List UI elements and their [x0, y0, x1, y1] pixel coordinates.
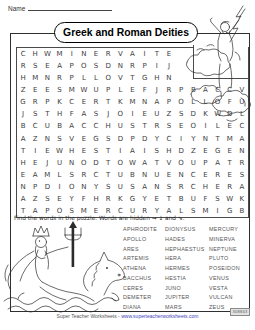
grid-cell: P	[102, 84, 114, 96]
grid-cell: T	[151, 157, 163, 169]
grid-cell: E	[212, 181, 224, 193]
grid-cell: C	[187, 169, 199, 181]
grid-cell: I	[29, 145, 41, 157]
grid-cell: A	[126, 48, 138, 60]
grid-cell: N	[17, 181, 29, 193]
grid-cell: N	[78, 48, 90, 60]
grid-cell: G	[139, 72, 151, 84]
grid-cell: D	[102, 60, 114, 72]
grid-cell: N	[151, 181, 163, 193]
grid-cell: C	[163, 132, 175, 144]
grid-cell: S	[102, 181, 114, 193]
grid-cell: R	[102, 48, 114, 60]
grid-cell: A	[17, 132, 29, 144]
grid-cell: U	[41, 120, 53, 132]
grid-cell: H	[90, 193, 102, 205]
grid-cell: W	[53, 145, 65, 157]
grid-cell: J	[102, 108, 114, 120]
grid-cell: I	[66, 48, 78, 60]
grid-cell: C	[17, 48, 29, 60]
grid-cell: D	[41, 181, 53, 193]
grid-cell: S	[29, 108, 41, 120]
grid-cell: R	[126, 60, 138, 72]
word-item: HESTIA	[165, 275, 205, 285]
grid-cell: A	[139, 157, 151, 169]
grid-cell: G	[126, 193, 138, 205]
grid-cell: G	[90, 132, 102, 144]
word-item: NEPTUNE	[209, 246, 240, 256]
grid-cell: R	[212, 169, 224, 181]
grid-cell: C	[66, 96, 78, 108]
grid-cell: J	[163, 60, 175, 72]
grid-cell: G	[224, 205, 236, 217]
grid-cell: S	[187, 205, 199, 217]
grid-cell: N	[175, 169, 187, 181]
grid-cell: N	[139, 169, 151, 181]
grid-cell: I	[126, 108, 138, 120]
grid-cell: N	[41, 132, 53, 144]
grid-cell: H	[102, 120, 114, 132]
grid-cell: O	[102, 72, 114, 84]
grid-cell: C	[29, 120, 41, 132]
grid-cell: M	[41, 169, 53, 181]
grid-cell: R	[53, 72, 65, 84]
grid-cell: U	[187, 157, 199, 169]
grid-cell: U	[114, 120, 126, 132]
grid-cell: Y	[151, 132, 163, 144]
grid-cell: E	[53, 193, 65, 205]
grid-cell: N	[139, 96, 151, 108]
word-item: VESTA	[209, 285, 240, 295]
grid-cell: T	[102, 157, 114, 169]
grid-cell: K	[53, 96, 65, 108]
grid-cell: W	[224, 193, 236, 205]
grid-cell: J	[17, 108, 29, 120]
grid-cell: P	[139, 60, 151, 72]
grid-cell: L	[53, 169, 65, 181]
grid-cell: M	[126, 96, 138, 108]
grid-cell: B	[53, 120, 65, 132]
grid-cell: A	[212, 157, 224, 169]
grid-cell: K	[236, 193, 248, 205]
grid-cell: F	[139, 84, 151, 96]
grid-cell: A	[66, 120, 78, 132]
grid-cell: E	[41, 145, 53, 157]
grid-cell: A	[236, 181, 248, 193]
grid-cell: T	[139, 120, 151, 132]
grid-cell: N	[41, 72, 53, 84]
grid-cell: S	[29, 60, 41, 72]
zeus-illustration	[183, 2, 255, 138]
grid-cell: C	[187, 181, 199, 193]
word-item: JUPITER	[165, 294, 205, 304]
grid-cell: P	[163, 96, 175, 108]
grid-cell: U	[151, 169, 163, 181]
grid-cell: O	[114, 108, 126, 120]
grid-cell: T	[102, 96, 114, 108]
word-item: HEPHAESTUS	[165, 246, 205, 256]
word-item: PLUTO	[209, 255, 240, 265]
grid-cell: M	[53, 48, 65, 60]
grid-cell: E	[126, 84, 138, 96]
grid-cell: Z	[29, 193, 41, 205]
grid-cell: P	[199, 157, 211, 169]
grid-cell: L	[90, 72, 102, 84]
grid-cell: O	[175, 157, 187, 169]
grid-cell: T	[41, 108, 53, 120]
grid-cell: S	[41, 193, 53, 205]
grid-cell: B	[175, 193, 187, 205]
grid-cell: N	[78, 181, 90, 193]
grid-cell: S	[102, 132, 114, 144]
grid-cell: C	[90, 169, 102, 181]
grid-cell: V	[114, 48, 126, 60]
grid-cell: E	[29, 157, 41, 169]
word-column-2: DIONYSUSHADESHEPHAESTUSHERAHERMESHESTIAJ…	[165, 226, 205, 314]
grid-cell: R	[78, 169, 90, 181]
grid-cell: H	[151, 72, 163, 84]
grid-cell: O	[78, 157, 90, 169]
grid-cell: P	[66, 60, 78, 72]
grid-cell: S	[90, 145, 102, 157]
grid-cell: W	[41, 48, 53, 60]
word-item: HERA	[165, 255, 205, 265]
grid-cell: E	[41, 60, 53, 72]
grid-cell: Z	[187, 145, 199, 157]
grid-cell: T	[126, 72, 138, 84]
grid-cell: E	[90, 48, 102, 60]
word-item: DIONYSUS	[165, 226, 205, 236]
grid-cell: N	[114, 60, 126, 72]
grid-cell: U	[90, 84, 102, 96]
grid-cell: O	[78, 60, 90, 72]
grid-cell: H	[29, 48, 41, 60]
grid-cell: T	[224, 157, 236, 169]
grid-cell: I	[114, 145, 126, 157]
grid-cell: H	[17, 72, 29, 84]
grid-cell: S	[66, 169, 78, 181]
grid-cell: H	[66, 145, 78, 157]
grid-cell: R	[236, 157, 248, 169]
grid-cell: Z	[163, 108, 175, 120]
grid-cell: E	[163, 48, 175, 60]
grid-cell: T	[102, 169, 114, 181]
grid-cell: B	[17, 120, 29, 132]
grid-cell: E	[78, 132, 90, 144]
worksheet-id-badge: 308843	[230, 308, 250, 316]
grid-cell: U	[187, 193, 199, 205]
grid-cell: I	[53, 181, 65, 193]
grid-cell: E	[224, 169, 236, 181]
page-title: Greek and Roman Deities	[54, 22, 198, 43]
word-item: VENUS	[209, 275, 240, 285]
grid-cell: F	[78, 193, 90, 205]
grid-cell: I	[151, 60, 163, 72]
grid-cell: P	[29, 181, 41, 193]
poseidon-illustration	[0, 221, 135, 317]
grid-cell: E	[224, 145, 236, 157]
grid-cell: N	[163, 72, 175, 84]
grid-cell: F	[66, 108, 78, 120]
grid-cell: E	[199, 145, 211, 157]
grid-cell: U	[151, 108, 163, 120]
grid-cell: H	[53, 108, 65, 120]
grid-cell: W	[78, 84, 90, 96]
grid-cell: H	[199, 181, 211, 193]
grid-cell: F	[199, 193, 211, 205]
grid-cell: N	[236, 145, 248, 157]
grid-cell: E	[17, 169, 29, 181]
grid-cell: U	[114, 181, 126, 193]
grid-cell: S	[212, 193, 224, 205]
word-item: MERCURY	[209, 226, 240, 236]
grid-cell: T	[102, 145, 114, 157]
grid-cell: S	[126, 181, 138, 193]
grid-cell: S	[151, 145, 163, 157]
grid-cell: E	[78, 145, 90, 157]
grid-cell: R	[224, 181, 236, 193]
grid-cell: T	[17, 145, 29, 157]
grid-cell: R	[102, 193, 114, 205]
grid-cell: E	[41, 84, 53, 96]
grid-cell: I	[139, 145, 151, 157]
grid-cell: B	[126, 169, 138, 181]
name-row: Name	[8, 5, 112, 12]
grid-cell: A	[29, 169, 41, 181]
grid-cell: H	[163, 145, 175, 157]
grid-cell: D	[114, 132, 126, 144]
grid-cell: E	[163, 169, 175, 181]
grid-cell: K	[114, 96, 126, 108]
grid-cell: D	[139, 132, 151, 144]
grid-cell: P	[41, 96, 53, 108]
grid-cell: I	[212, 205, 224, 217]
grid-cell: R	[175, 181, 187, 193]
grid-cell: Z	[17, 84, 29, 96]
word-item: HERMES	[165, 265, 205, 275]
grid-cell: M	[199, 205, 211, 217]
grid-cell: I	[139, 48, 151, 60]
grid-cell: N	[66, 157, 78, 169]
word-item: HADES	[165, 236, 205, 246]
grid-cell: A	[151, 96, 163, 108]
name-label: Name	[8, 5, 25, 12]
grid-cell: O	[66, 181, 78, 193]
grid-cell: T	[163, 193, 175, 205]
grid-cell: U	[53, 157, 65, 169]
grid-cell: H	[17, 157, 29, 169]
grid-cell: S	[163, 120, 175, 132]
grid-cell: S	[90, 108, 102, 120]
word-item: POSEIDON	[209, 265, 240, 275]
grid-cell: T	[151, 48, 163, 60]
grid-cell: Y	[90, 181, 102, 193]
grid-cell: D	[90, 157, 102, 169]
grid-cell: S	[126, 120, 138, 132]
grid-cell: V	[66, 132, 78, 144]
grid-cell: Y	[66, 193, 78, 205]
grid-cell: V	[163, 157, 175, 169]
grid-cell: E	[29, 84, 41, 96]
name-blank-line[interactable]	[28, 10, 112, 11]
grid-cell: A	[139, 181, 151, 193]
grid-cell: D	[175, 145, 187, 157]
grid-cell: J	[41, 157, 53, 169]
grid-cell: O	[114, 157, 126, 169]
grid-cell: A	[126, 145, 138, 157]
grid-cell: L	[114, 84, 126, 96]
grid-cell: C	[78, 120, 90, 132]
grid-cell: E	[151, 193, 163, 205]
word-item: VULCAN	[209, 294, 240, 304]
grid-cell: S	[163, 181, 175, 193]
grid-cell: G	[212, 145, 224, 157]
grid-cell: S	[53, 132, 65, 144]
grid-cell: M	[29, 72, 41, 84]
word-item: JUNO	[165, 285, 205, 295]
grid-cell: P	[126, 132, 138, 144]
grid-cell: C	[90, 120, 102, 132]
grid-cell: A	[78, 108, 90, 120]
word-column-3: MERCURYMINERVANEPTUNEPLUTOPOSEIDONVENUSV…	[209, 226, 240, 314]
grid-cell: W	[126, 157, 138, 169]
grid-cell: S	[236, 169, 248, 181]
grid-cell: S	[90, 60, 102, 72]
grid-cell: R	[163, 84, 175, 96]
grid-cell: R	[90, 96, 102, 108]
grid-cell: P	[66, 72, 78, 84]
grid-cell: M	[66, 84, 78, 96]
grid-cell: L	[78, 72, 90, 84]
grid-cell: Y	[139, 193, 151, 205]
grid-cell: E	[78, 96, 90, 108]
grid-cell: G	[17, 96, 29, 108]
grid-cell: A	[17, 193, 29, 205]
grid-cell: U	[114, 169, 126, 181]
grid-cell: B	[236, 205, 248, 217]
word-item: MINERVA	[209, 236, 240, 246]
grid-cell: Z	[29, 132, 41, 144]
grid-cell: R	[29, 96, 41, 108]
grid-cell: K	[114, 193, 126, 205]
grid-cell: J	[151, 84, 163, 96]
grid-cell: A	[53, 60, 65, 72]
grid-cell: R	[17, 60, 29, 72]
grid-cell: E	[199, 169, 211, 181]
grid-cell: S	[53, 84, 65, 96]
grid-cell: E	[139, 108, 151, 120]
grid-cell: R	[151, 120, 163, 132]
grid-cell: V	[114, 72, 126, 84]
